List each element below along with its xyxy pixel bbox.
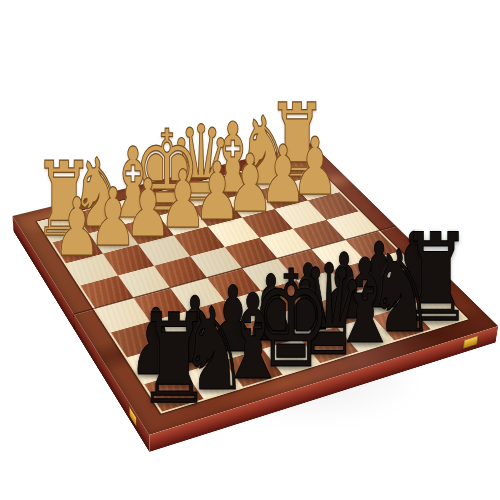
square-b7[interactable]: [351, 283, 408, 316]
square-g6[interactable]: [149, 311, 205, 346]
square-e8[interactable]: [262, 338, 321, 375]
board-top-face: [13, 143, 499, 435]
square-h4[interactable]: [80, 275, 133, 308]
square-g4[interactable]: [117, 266, 170, 298]
chessboard: [13, 143, 499, 435]
square-c6[interactable]: [296, 270, 351, 303]
square-h7[interactable]: [127, 346, 184, 384]
square-c8[interactable]: [336, 316, 394, 352]
square-f7[interactable]: [205, 324, 262, 360]
square-f6[interactable]: [187, 300, 242, 335]
square-g8[interactable]: [184, 360, 243, 399]
square-e6[interactable]: [224, 290, 279, 324]
square-e7[interactable]: [242, 313, 299, 348]
square-a8[interactable]: [407, 295, 465, 329]
brass-latch-right: [463, 335, 479, 349]
square-d7[interactable]: [279, 303, 336, 338]
square-d8[interactable]: [299, 327, 357, 363]
square-a7[interactable]: [386, 273, 442, 306]
square-c7[interactable]: [316, 293, 373, 327]
square-h5[interactable]: [95, 298, 149, 332]
square-g5[interactable]: [133, 288, 187, 322]
square-f8[interactable]: [223, 349, 282, 387]
square-d6[interactable]: [260, 280, 315, 313]
square-b8[interactable]: [372, 305, 430, 340]
chessboard-3d-scene: [0, 0, 500, 500]
square-e5[interactable]: [206, 268, 260, 300]
product-photo-stage: ♜♞♝♚♛♝♞♜♟♟♟♟♟♟♟♟♟♟♟♟♟♟♟♟♜♞♝♚♛♝♞♜: [0, 0, 500, 500]
square-h6[interactable]: [111, 321, 167, 357]
square-f5[interactable]: [170, 278, 224, 311]
square-h8[interactable]: [144, 372, 203, 412]
square-g7[interactable]: [166, 335, 223, 372]
